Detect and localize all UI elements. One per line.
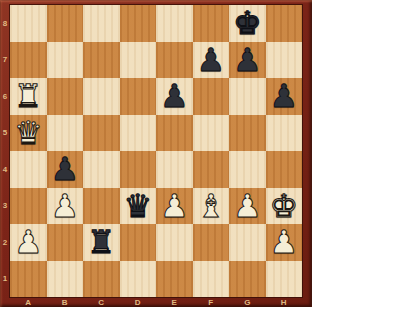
square-d8[interactable]: [120, 5, 157, 42]
square-d6[interactable]: [120, 78, 157, 115]
square-h7[interactable]: [266, 42, 303, 79]
white-bishop[interactable]: ♝: [196, 188, 225, 225]
square-b8[interactable]: [47, 5, 84, 42]
rank-label-2: 2: [0, 224, 10, 261]
square-g1[interactable]: [229, 261, 266, 298]
square-h1[interactable]: [266, 261, 303, 298]
square-d4[interactable]: [120, 151, 157, 188]
square-f2[interactable]: [193, 224, 230, 261]
square-h8[interactable]: [266, 5, 303, 42]
square-f4[interactable]: [193, 151, 230, 188]
square-b5[interactable]: [47, 115, 84, 152]
square-e8[interactable]: [156, 5, 193, 42]
square-h2[interactable]: ♟: [266, 224, 303, 261]
chess-board-frame: 87654321 ♚♟♟♜♟♟♛♟♟♛♟♝♟♚♟♜♟ ABCDEFGH: [0, 0, 312, 307]
square-b1[interactable]: [47, 261, 84, 298]
square-h3[interactable]: ♚: [266, 188, 303, 225]
square-g6[interactable]: [229, 78, 266, 115]
square-g7[interactable]: ♟: [229, 42, 266, 79]
rank-label-6: 6: [0, 78, 10, 115]
white-pawn[interactable]: ♟: [50, 188, 79, 225]
black-pawn[interactable]: ♟: [269, 78, 298, 115]
square-f6[interactable]: [193, 78, 230, 115]
black-pawn[interactable]: ♟: [233, 42, 262, 79]
square-b3[interactable]: ♟: [47, 188, 84, 225]
square-a7[interactable]: [10, 42, 47, 79]
square-e4[interactable]: [156, 151, 193, 188]
white-rook[interactable]: ♜: [14, 78, 43, 115]
black-queen[interactable]: ♛: [123, 188, 152, 225]
square-f7[interactable]: ♟: [193, 42, 230, 79]
file-label-b: B: [47, 297, 84, 307]
square-e1[interactable]: [156, 261, 193, 298]
square-f5[interactable]: [193, 115, 230, 152]
square-a3[interactable]: [10, 188, 47, 225]
square-c3[interactable]: [83, 188, 120, 225]
file-label-h: H: [266, 297, 303, 307]
rank-label-3: 3: [0, 188, 10, 225]
black-king[interactable]: ♚: [233, 5, 262, 42]
white-queen[interactable]: ♛: [14, 115, 43, 152]
rank-labels: 87654321: [0, 5, 10, 297]
square-c6[interactable]: [83, 78, 120, 115]
file-label-c: C: [83, 297, 120, 307]
file-label-g: G: [229, 297, 266, 307]
file-labels: ABCDEFGH: [10, 297, 302, 307]
square-a8[interactable]: [10, 5, 47, 42]
square-g8[interactable]: ♚: [229, 5, 266, 42]
black-rook[interactable]: ♜: [87, 224, 116, 261]
square-d3[interactable]: ♛: [120, 188, 157, 225]
square-h5[interactable]: [266, 115, 303, 152]
white-pawn[interactable]: ♟: [160, 188, 189, 225]
square-c5[interactable]: [83, 115, 120, 152]
white-king[interactable]: ♚: [269, 188, 298, 225]
square-c7[interactable]: [83, 42, 120, 79]
square-e5[interactable]: [156, 115, 193, 152]
square-c1[interactable]: [83, 261, 120, 298]
square-g3[interactable]: ♟: [229, 188, 266, 225]
white-pawn[interactable]: ♟: [269, 224, 298, 261]
file-label-f: F: [193, 297, 230, 307]
square-e3[interactable]: ♟: [156, 188, 193, 225]
square-b6[interactable]: [47, 78, 84, 115]
square-d5[interactable]: [120, 115, 157, 152]
square-a2[interactable]: ♟: [10, 224, 47, 261]
square-f1[interactable]: [193, 261, 230, 298]
square-e7[interactable]: [156, 42, 193, 79]
square-c4[interactable]: [83, 151, 120, 188]
black-pawn[interactable]: ♟: [160, 78, 189, 115]
file-label-d: D: [120, 297, 157, 307]
square-g4[interactable]: [229, 151, 266, 188]
square-f3[interactable]: ♝: [193, 188, 230, 225]
square-f8[interactable]: [193, 5, 230, 42]
square-c8[interactable]: [83, 5, 120, 42]
square-e6[interactable]: ♟: [156, 78, 193, 115]
square-a4[interactable]: [10, 151, 47, 188]
chess-board: ♚♟♟♜♟♟♛♟♟♛♟♝♟♚♟♜♟: [10, 5, 302, 297]
square-e2[interactable]: [156, 224, 193, 261]
black-pawn[interactable]: ♟: [196, 42, 225, 79]
square-h6[interactable]: ♟: [266, 78, 303, 115]
square-g5[interactable]: [229, 115, 266, 152]
square-g2[interactable]: [229, 224, 266, 261]
square-b7[interactable]: [47, 42, 84, 79]
square-d2[interactable]: [120, 224, 157, 261]
white-pawn[interactable]: ♟: [14, 224, 43, 261]
white-pawn[interactable]: ♟: [233, 188, 262, 225]
rank-label-7: 7: [0, 42, 10, 79]
square-b4[interactable]: ♟: [47, 151, 84, 188]
file-label-a: A: [10, 297, 47, 307]
square-d1[interactable]: [120, 261, 157, 298]
square-a6[interactable]: ♜: [10, 78, 47, 115]
file-label-e: E: [156, 297, 193, 307]
square-b2[interactable]: [47, 224, 84, 261]
rank-label-1: 1: [0, 261, 10, 298]
square-d7[interactable]: [120, 42, 157, 79]
rank-label-4: 4: [0, 151, 10, 188]
rank-label-5: 5: [0, 115, 10, 152]
square-c2[interactable]: ♜: [83, 224, 120, 261]
square-a5[interactable]: ♛: [10, 115, 47, 152]
rank-label-8: 8: [0, 5, 10, 42]
square-a1[interactable]: [10, 261, 47, 298]
black-pawn[interactable]: ♟: [50, 151, 79, 188]
square-h4[interactable]: [266, 151, 303, 188]
